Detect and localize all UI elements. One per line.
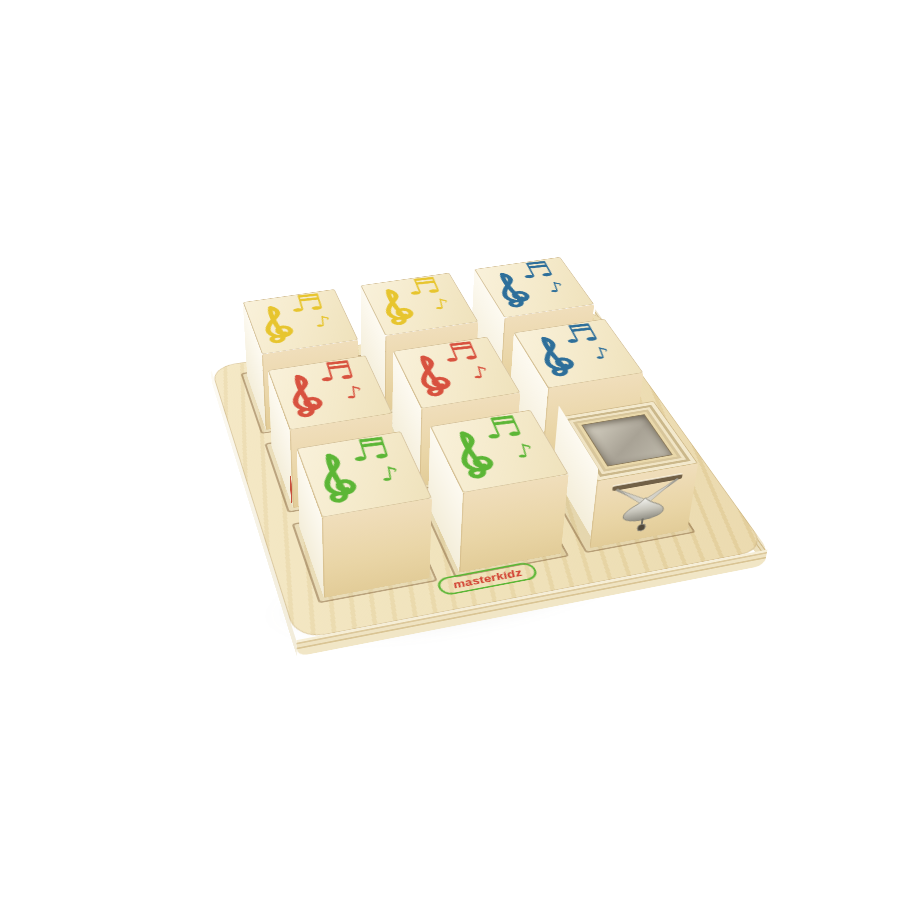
eighth-note-icon: ♪: [469, 364, 491, 381]
eighth-note-icon: ♪: [379, 464, 401, 484]
eighth-note-icon: ♪: [546, 280, 567, 294]
eighth-note-icon: ♪: [590, 345, 613, 361]
eighth-note-icon: ♪: [344, 384, 364, 402]
sound-box-opening: [581, 414, 673, 466]
product-photo-scene: masterkidz ♬ ♪ ♬ ♪: [0, 0, 900, 900]
eighth-note-icon: ♪: [314, 314, 333, 329]
eighth-note-icon: ♪: [432, 297, 452, 312]
eighth-note-icon: ♪: [513, 441, 537, 461]
